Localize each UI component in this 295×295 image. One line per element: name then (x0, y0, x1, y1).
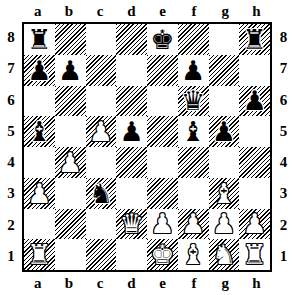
square-e1[interactable]: ♚ (147, 239, 178, 270)
white-pawn-piece[interactable]: ♟ (181, 210, 205, 237)
square-b4[interactable]: ♟ (55, 147, 86, 178)
rank-label-5: 5 (272, 116, 295, 147)
black-rook-piece[interactable]: ♜ (243, 26, 267, 53)
chess-board: ♜♚♜♟♟♟♛♟♝♟♟♝♟♟♟♞♝♛♟♟♟♟♜♚♝♞♜ (22, 22, 272, 272)
rank-labels-right: 87654321 (272, 22, 295, 272)
square-b5[interactable] (55, 116, 86, 147)
rank-label-7: 7 (272, 53, 295, 84)
square-e3[interactable] (147, 178, 178, 209)
file-label-h: h (241, 0, 272, 22)
square-d4[interactable] (116, 147, 147, 178)
square-a4[interactable] (24, 147, 55, 178)
square-c6[interactable] (86, 86, 117, 117)
file-label-c: c (85, 272, 116, 295)
file-label-g: g (210, 0, 241, 22)
square-g4[interactable] (209, 147, 240, 178)
square-e6[interactable] (147, 86, 178, 117)
square-a2[interactable] (24, 209, 55, 240)
square-e2[interactable]: ♟ (147, 209, 178, 240)
square-h6[interactable]: ♟ (239, 86, 270, 117)
white-pawn-piece[interactable]: ♟ (58, 149, 82, 176)
rank-label-4: 4 (272, 147, 295, 178)
square-d2[interactable]: ♛ (116, 209, 147, 240)
file-label-f: f (178, 0, 209, 22)
square-h1[interactable]: ♜ (239, 239, 270, 270)
square-b6[interactable] (55, 86, 86, 117)
file-label-c: c (85, 0, 116, 22)
black-queen-piece[interactable]: ♛ (181, 87, 205, 114)
square-b8[interactable] (55, 24, 86, 55)
file-label-g: g (210, 272, 241, 295)
square-g7[interactable] (209, 55, 240, 86)
square-c4[interactable] (86, 147, 117, 178)
white-pawn-piece[interactable]: ♟ (27, 180, 51, 207)
white-knight-piece[interactable]: ♞ (212, 241, 236, 268)
white-bishop-piece[interactable]: ♝ (212, 180, 236, 207)
file-label-e: e (147, 0, 178, 22)
square-d7[interactable] (116, 55, 147, 86)
square-e4[interactable] (147, 147, 178, 178)
black-pawn-piece[interactable]: ♟ (120, 118, 144, 145)
square-f5[interactable]: ♝ (178, 116, 209, 147)
rank-label-8: 8 (0, 22, 22, 53)
white-rook-piece[interactable]: ♜ (27, 241, 51, 268)
black-pawn-piece[interactable]: ♟ (181, 57, 205, 84)
black-bishop-piece[interactable]: ♝ (27, 118, 51, 145)
white-pawn-piece[interactable]: ♟ (89, 118, 113, 145)
file-label-a: a (22, 272, 53, 295)
square-g2[interactable]: ♟ (209, 209, 240, 240)
file-labels-top: abcdefgh (22, 0, 272, 22)
square-c1[interactable] (86, 239, 117, 270)
rank-label-2: 2 (272, 210, 295, 241)
square-b2[interactable] (55, 209, 86, 240)
black-pawn-piece[interactable]: ♟ (212, 118, 236, 145)
square-f8[interactable] (178, 24, 209, 55)
rank-label-5: 5 (0, 116, 22, 147)
black-bishop-piece[interactable]: ♝ (181, 118, 205, 145)
file-label-d: d (116, 272, 147, 295)
rank-label-2: 2 (0, 210, 22, 241)
square-d1[interactable] (116, 239, 147, 270)
square-a6[interactable] (24, 86, 55, 117)
square-c8[interactable] (86, 24, 117, 55)
square-d5[interactable]: ♟ (116, 116, 147, 147)
rank-label-1: 1 (272, 241, 295, 272)
square-c3[interactable]: ♞ (86, 178, 117, 209)
rank-label-3: 3 (272, 178, 295, 209)
white-rook-piece[interactable]: ♜ (243, 241, 267, 268)
rank-label-1: 1 (0, 241, 22, 272)
square-e7[interactable] (147, 55, 178, 86)
square-a3[interactable]: ♟ (24, 178, 55, 209)
rank-label-3: 3 (0, 178, 22, 209)
square-g8[interactable] (209, 24, 240, 55)
rank-label-6: 6 (0, 85, 22, 116)
square-g6[interactable] (209, 86, 240, 117)
square-g3[interactable]: ♝ (209, 178, 240, 209)
square-g5[interactable]: ♟ (209, 116, 240, 147)
square-f2[interactable]: ♟ (178, 209, 209, 240)
square-f7[interactable]: ♟ (178, 55, 209, 86)
square-c5[interactable]: ♟ (86, 116, 117, 147)
square-h8[interactable]: ♜ (239, 24, 270, 55)
file-labels-bottom: abcdefgh (22, 272, 272, 295)
square-f1[interactable]: ♝ (178, 239, 209, 270)
white-bishop-piece[interactable]: ♝ (181, 241, 205, 268)
file-label-f: f (178, 272, 209, 295)
square-b7[interactable]: ♟ (55, 55, 86, 86)
square-a1[interactable]: ♜ (24, 239, 55, 270)
square-h4[interactable] (239, 147, 270, 178)
black-pawn-piece[interactable]: ♟ (58, 57, 82, 84)
square-d3[interactable] (116, 178, 147, 209)
square-c2[interactable] (86, 209, 117, 240)
square-e5[interactable] (147, 116, 178, 147)
file-label-h: h (241, 272, 272, 295)
square-f3[interactable] (178, 178, 209, 209)
square-e8[interactable]: ♚ (147, 24, 178, 55)
black-knight-piece[interactable]: ♞ (89, 180, 113, 207)
square-h3[interactable] (239, 178, 270, 209)
rank-label-6: 6 (272, 85, 295, 116)
black-pawn-piece[interactable]: ♟ (243, 87, 267, 114)
square-h7[interactable] (239, 55, 270, 86)
chess-diagram: abcdefgh 87654321 87654321 abcdefgh ♜♚♜♟… (0, 0, 295, 295)
file-label-d: d (116, 0, 147, 22)
white-pawn-piece[interactable]: ♟ (212, 210, 236, 237)
white-queen-piece[interactable]: ♛ (120, 210, 144, 237)
square-c7[interactable] (86, 55, 117, 86)
black-pawn-piece[interactable]: ♟ (27, 57, 51, 84)
square-h5[interactable] (239, 116, 270, 147)
square-g1[interactable]: ♞ (209, 239, 240, 270)
square-a5[interactable]: ♝ (24, 116, 55, 147)
square-a8[interactable]: ♜ (24, 24, 55, 55)
square-b3[interactable] (55, 178, 86, 209)
square-h2[interactable]: ♟ (239, 209, 270, 240)
rank-label-8: 8 (272, 22, 295, 53)
black-king-piece[interactable]: ♚ (150, 26, 174, 53)
square-f4[interactable] (178, 147, 209, 178)
white-pawn-piece[interactable]: ♟ (243, 210, 267, 237)
white-pawn-piece[interactable]: ♟ (150, 210, 174, 237)
rank-labels-left: 87654321 (0, 22, 22, 272)
file-label-e: e (147, 272, 178, 295)
square-f6[interactable]: ♛ (178, 86, 209, 117)
black-rook-piece[interactable]: ♜ (27, 26, 51, 53)
square-d8[interactable] (116, 24, 147, 55)
white-king-piece[interactable]: ♚ (150, 241, 174, 268)
file-label-b: b (53, 0, 84, 22)
file-label-b: b (53, 272, 84, 295)
rank-label-7: 7 (0, 53, 22, 84)
file-label-a: a (22, 0, 53, 22)
rank-label-4: 4 (0, 147, 22, 178)
square-b1[interactable] (55, 239, 86, 270)
square-d6[interactable] (116, 86, 147, 117)
square-a7[interactable]: ♟ (24, 55, 55, 86)
